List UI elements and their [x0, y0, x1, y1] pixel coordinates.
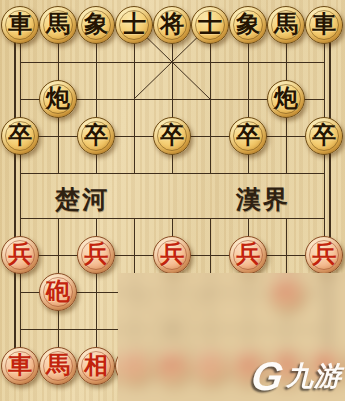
piece-black-象-f2r0[interactable]: 象	[77, 6, 115, 44]
piece-glyph: 将	[160, 12, 184, 36]
xiangqi-board-screenshot: 楚河 漢界 車馬象士将士象馬車炮炮卒卒卒卒卒兵兵兵兵兵砲砲車馬相仕帥仕相馬車 G…	[0, 0, 345, 401]
piece-red-車-f0r9[interactable]: 車	[1, 347, 39, 385]
piece-black-将-f4r0[interactable]: 将	[153, 6, 191, 44]
piece-black-炮-f7r2[interactable]: 炮	[267, 80, 305, 118]
piece-black-卒-f0r3[interactable]: 卒	[1, 117, 39, 155]
piece-glyph: 卒	[312, 123, 336, 147]
piece-black-馬-f7r0[interactable]: 馬	[267, 6, 305, 44]
piece-black-士-f3r0[interactable]: 士	[115, 6, 153, 44]
piece-glyph: 車	[8, 353, 32, 377]
piece-glyph: 士	[198, 12, 222, 36]
piece-red-砲-f1r7[interactable]: 砲	[39, 273, 77, 311]
piece-glyph: 兵	[8, 242, 32, 266]
piece-black-車-f0r0[interactable]: 車	[1, 6, 39, 44]
watermark-logo: G 九游	[252, 356, 342, 396]
watermark-label: 九游	[286, 363, 342, 390]
piece-black-炮-f1r2[interactable]: 炮	[39, 80, 77, 118]
piece-glyph: 象	[236, 12, 260, 36]
piece-glyph: 馬	[46, 12, 70, 36]
piece-glyph: 士	[122, 12, 146, 36]
piece-glyph: 卒	[84, 123, 108, 147]
piece-black-士-f5r0[interactable]: 士	[191, 6, 229, 44]
watermark-g-icon: G	[249, 356, 286, 396]
piece-glyph: 馬	[46, 353, 70, 377]
piece-glyph: 兵	[312, 242, 336, 266]
piece-glyph: 兵	[84, 242, 108, 266]
piece-glyph: 炮	[46, 86, 70, 110]
piece-black-馬-f1r0[interactable]: 馬	[39, 6, 77, 44]
piece-glyph: 象	[84, 12, 108, 36]
piece-black-卒-f4r3[interactable]: 卒	[153, 117, 191, 155]
river-label-left: 楚河	[55, 183, 109, 216]
piece-glyph: 卒	[160, 123, 184, 147]
piece-red-兵-f6r6[interactable]: 兵	[229, 236, 267, 274]
piece-glyph: 卒	[236, 123, 260, 147]
piece-black-卒-f6r3[interactable]: 卒	[229, 117, 267, 155]
piece-red-兵-f2r6[interactable]: 兵	[77, 236, 115, 274]
piece-red-兵-f4r6[interactable]: 兵	[153, 236, 191, 274]
piece-black-車-f8r0[interactable]: 車	[305, 6, 343, 44]
piece-red-兵-f8r6[interactable]: 兵	[305, 236, 343, 274]
piece-black-卒-f2r3[interactable]: 卒	[77, 117, 115, 155]
piece-red-馬-f1r9[interactable]: 馬	[39, 347, 77, 385]
piece-black-卒-f8r3[interactable]: 卒	[305, 117, 343, 155]
piece-glyph: 相	[84, 353, 108, 377]
piece-glyph: 卒	[8, 123, 32, 147]
piece-glyph: 馬	[274, 12, 298, 36]
piece-glyph: 兵	[160, 242, 184, 266]
piece-red-相-f2r9[interactable]: 相	[77, 347, 115, 385]
piece-red-兵-f0r6[interactable]: 兵	[1, 236, 39, 274]
piece-glyph: 車	[312, 12, 336, 36]
river-label-right: 漢界	[236, 183, 290, 216]
piece-glyph: 砲	[46, 279, 70, 303]
piece-glyph: 車	[8, 12, 32, 36]
piece-glyph: 炮	[274, 86, 298, 110]
piece-black-象-f6r0[interactable]: 象	[229, 6, 267, 44]
piece-glyph: 兵	[236, 242, 260, 266]
